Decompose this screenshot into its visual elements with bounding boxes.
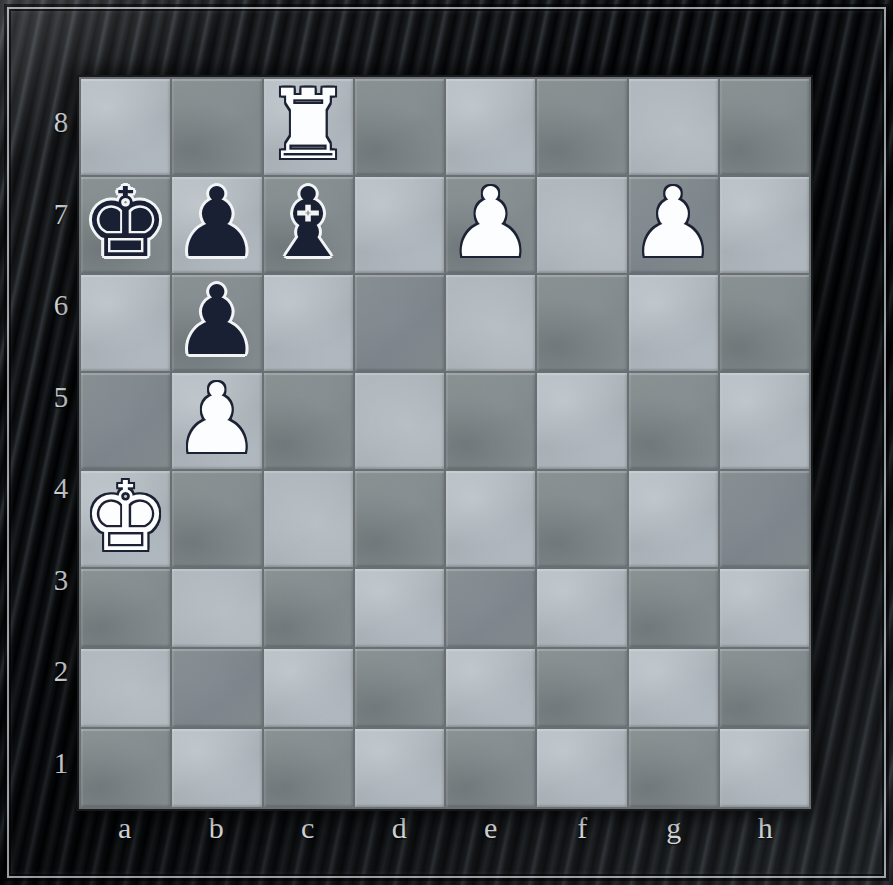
square-h4[interactable] <box>720 471 809 567</box>
square-b3[interactable] <box>172 569 261 647</box>
white-pawn-e7[interactable]: ♟ <box>448 175 534 271</box>
square-e6[interactable] <box>446 275 535 371</box>
square-d4[interactable] <box>355 471 444 567</box>
square-a2[interactable] <box>81 649 170 727</box>
square-h5[interactable] <box>720 373 809 469</box>
square-a5[interactable] <box>81 373 170 469</box>
square-d1[interactable] <box>355 729 444 807</box>
file-label-f: f <box>537 807 629 849</box>
square-c3[interactable] <box>264 569 353 647</box>
file-label-e: e <box>445 807 537 849</box>
square-d6[interactable] <box>355 275 444 371</box>
rank-labels: 87654321 <box>44 77 78 809</box>
square-g4[interactable] <box>629 471 718 567</box>
black-bishop-c7[interactable]: ♝ <box>265 175 351 271</box>
square-h7[interactable] <box>720 177 809 273</box>
white-king-a4[interactable]: ♚ <box>83 469 169 565</box>
square-g5[interactable] <box>629 373 718 469</box>
file-label-g: g <box>628 807 720 849</box>
square-c7[interactable]: ♝ <box>264 177 353 273</box>
square-f3[interactable] <box>537 569 626 647</box>
square-c8[interactable]: ♜ <box>264 79 353 175</box>
square-g7[interactable]: ♟ <box>629 177 718 273</box>
square-g3[interactable] <box>629 569 718 647</box>
square-c4[interactable] <box>264 471 353 567</box>
white-rook-c8[interactable]: ♜ <box>265 77 351 173</box>
square-d8[interactable] <box>355 79 444 175</box>
square-a6[interactable] <box>81 275 170 371</box>
square-d2[interactable] <box>355 649 444 727</box>
square-b6[interactable]: ♟ <box>172 275 261 371</box>
square-f8[interactable] <box>537 79 626 175</box>
square-h2[interactable] <box>720 649 809 727</box>
square-f5[interactable] <box>537 373 626 469</box>
square-f2[interactable] <box>537 649 626 727</box>
square-e4[interactable] <box>446 471 535 567</box>
file-label-h: h <box>720 807 812 849</box>
square-e3[interactable] <box>446 569 535 647</box>
square-c6[interactable] <box>264 275 353 371</box>
black-pawn-b6[interactable]: ♟ <box>174 273 260 369</box>
rank-label-4: 4 <box>44 443 78 535</box>
file-label-b: b <box>171 807 263 849</box>
square-d7[interactable] <box>355 177 444 273</box>
square-e5[interactable] <box>446 373 535 469</box>
square-f6[interactable] <box>537 275 626 371</box>
square-g2[interactable] <box>629 649 718 727</box>
black-pawn-b7[interactable]: ♟ <box>174 175 260 271</box>
square-c2[interactable] <box>264 649 353 727</box>
square-b8[interactable] <box>172 79 261 175</box>
square-b7[interactable]: ♟ <box>172 177 261 273</box>
square-g8[interactable] <box>629 79 718 175</box>
square-h1[interactable] <box>720 729 809 807</box>
rank-label-7: 7 <box>44 169 78 261</box>
square-h3[interactable] <box>720 569 809 647</box>
chess-board-frame: 87654321 abcdefgh ♜♚♟♝♟♟♟♟♚ <box>0 0 893 885</box>
square-b1[interactable] <box>172 729 261 807</box>
file-label-d: d <box>354 807 446 849</box>
rank-label-5: 5 <box>44 352 78 444</box>
square-f7[interactable] <box>537 177 626 273</box>
black-king-a7[interactable]: ♚ <box>83 175 169 271</box>
square-a3[interactable] <box>81 569 170 647</box>
rank-label-6: 6 <box>44 260 78 352</box>
square-b5[interactable]: ♟ <box>172 373 261 469</box>
rank-label-1: 1 <box>44 718 78 810</box>
square-e8[interactable] <box>446 79 535 175</box>
file-label-a: a <box>79 807 171 849</box>
square-e1[interactable] <box>446 729 535 807</box>
white-pawn-b5[interactable]: ♟ <box>174 371 260 467</box>
square-f1[interactable] <box>537 729 626 807</box>
square-a8[interactable] <box>81 79 170 175</box>
square-e2[interactable] <box>446 649 535 727</box>
chess-board: ♜♚♟♝♟♟♟♟♚ <box>79 77 811 809</box>
square-f4[interactable] <box>537 471 626 567</box>
square-h8[interactable] <box>720 79 809 175</box>
square-d3[interactable] <box>355 569 444 647</box>
square-a1[interactable] <box>81 729 170 807</box>
square-c1[interactable] <box>264 729 353 807</box>
file-labels: abcdefgh <box>79 807 811 849</box>
square-h6[interactable] <box>720 275 809 371</box>
square-e7[interactable]: ♟ <box>446 177 535 273</box>
file-label-c: c <box>262 807 354 849</box>
rank-label-8: 8 <box>44 77 78 169</box>
square-b2[interactable] <box>172 649 261 727</box>
white-pawn-g7[interactable]: ♟ <box>630 175 716 271</box>
square-c5[interactable] <box>264 373 353 469</box>
rank-label-2: 2 <box>44 626 78 718</box>
square-d5[interactable] <box>355 373 444 469</box>
square-b4[interactable] <box>172 471 261 567</box>
square-a4[interactable]: ♚ <box>81 471 170 567</box>
square-g1[interactable] <box>629 729 718 807</box>
square-a7[interactable]: ♚ <box>81 177 170 273</box>
square-g6[interactable] <box>629 275 718 371</box>
rank-label-3: 3 <box>44 535 78 627</box>
